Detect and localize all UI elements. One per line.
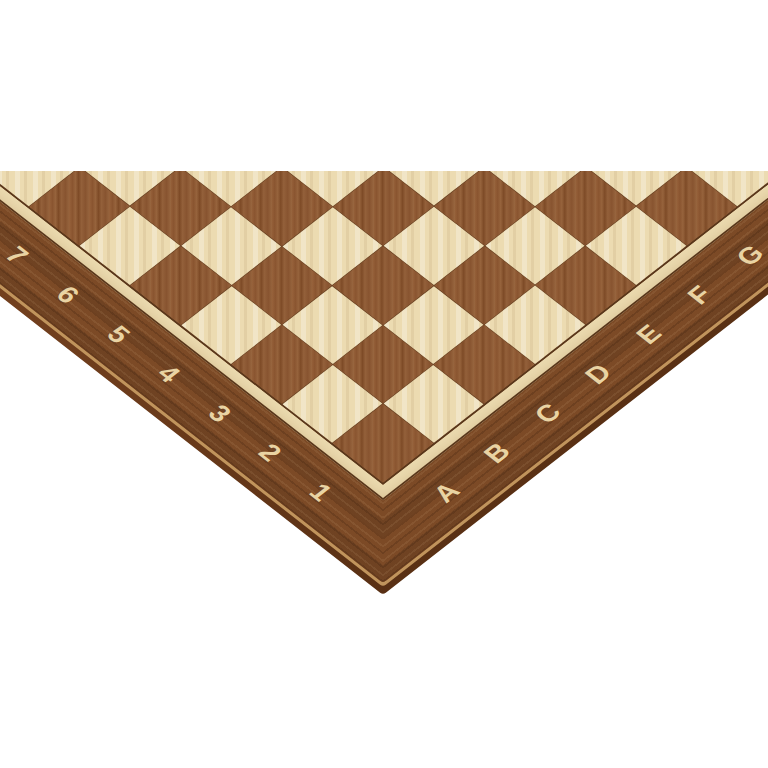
product-photo: 12345678ABCDEFGH xyxy=(0,0,768,768)
board-photo-crop: 12345678ABCDEFGH xyxy=(0,171,768,768)
